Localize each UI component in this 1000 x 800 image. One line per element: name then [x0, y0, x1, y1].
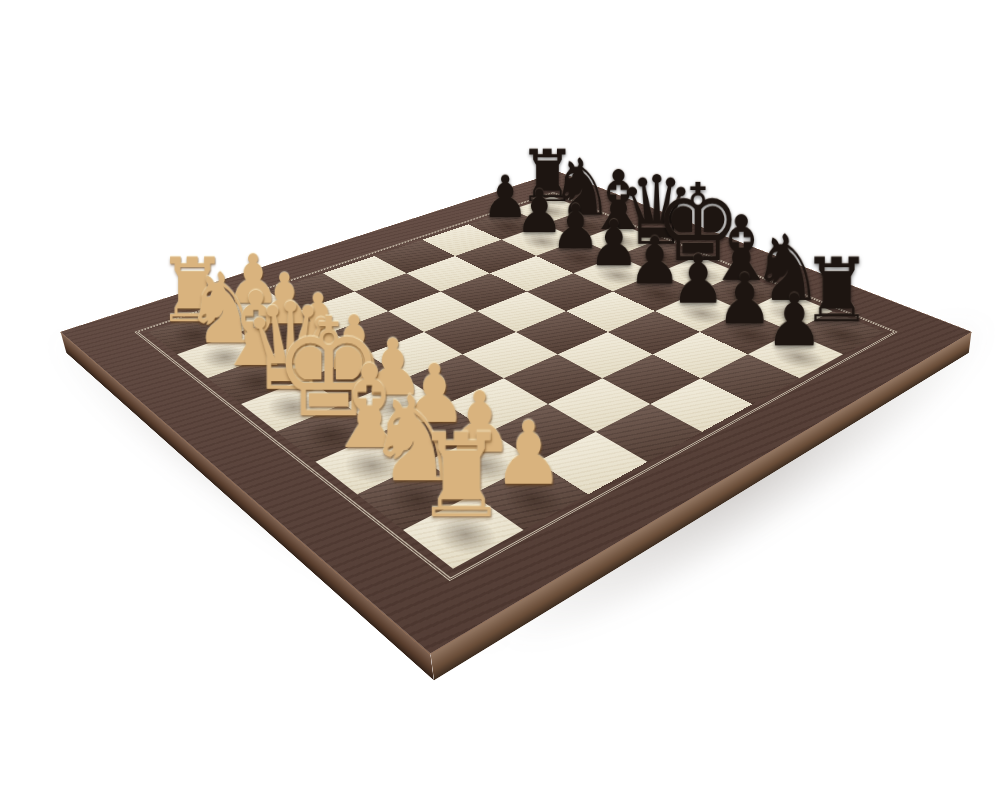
square-h7[interactable]: ♟	[748, 332, 843, 378]
scene: ♜♞♝♛♚♝♞♜♟♟♟♟♟♟♟♟♟♟♟♟♟♟♟♟♜♞♝♛♚♝♞♜	[0, 0, 1000, 800]
piece-glyph: ♜	[378, 421, 543, 531]
piece-glyph: ♟	[729, 286, 860, 355]
chess-board: ♜♞♝♛♚♝♞♜♟♟♟♟♟♟♟♟♟♟♟♟♟♟♟♟♜♞♝♛♚♝♞♜	[61, 172, 972, 654]
product-photo-canvas: ♜♞♝♛♚♝♞♜♟♟♟♟♟♟♟♟♟♟♟♟♟♟♟♟♜♞♝♛♚♝♞♜	[0, 0, 1000, 800]
square-h5[interactable]	[650, 378, 752, 432]
square-h1[interactable]: ♜	[403, 494, 523, 568]
